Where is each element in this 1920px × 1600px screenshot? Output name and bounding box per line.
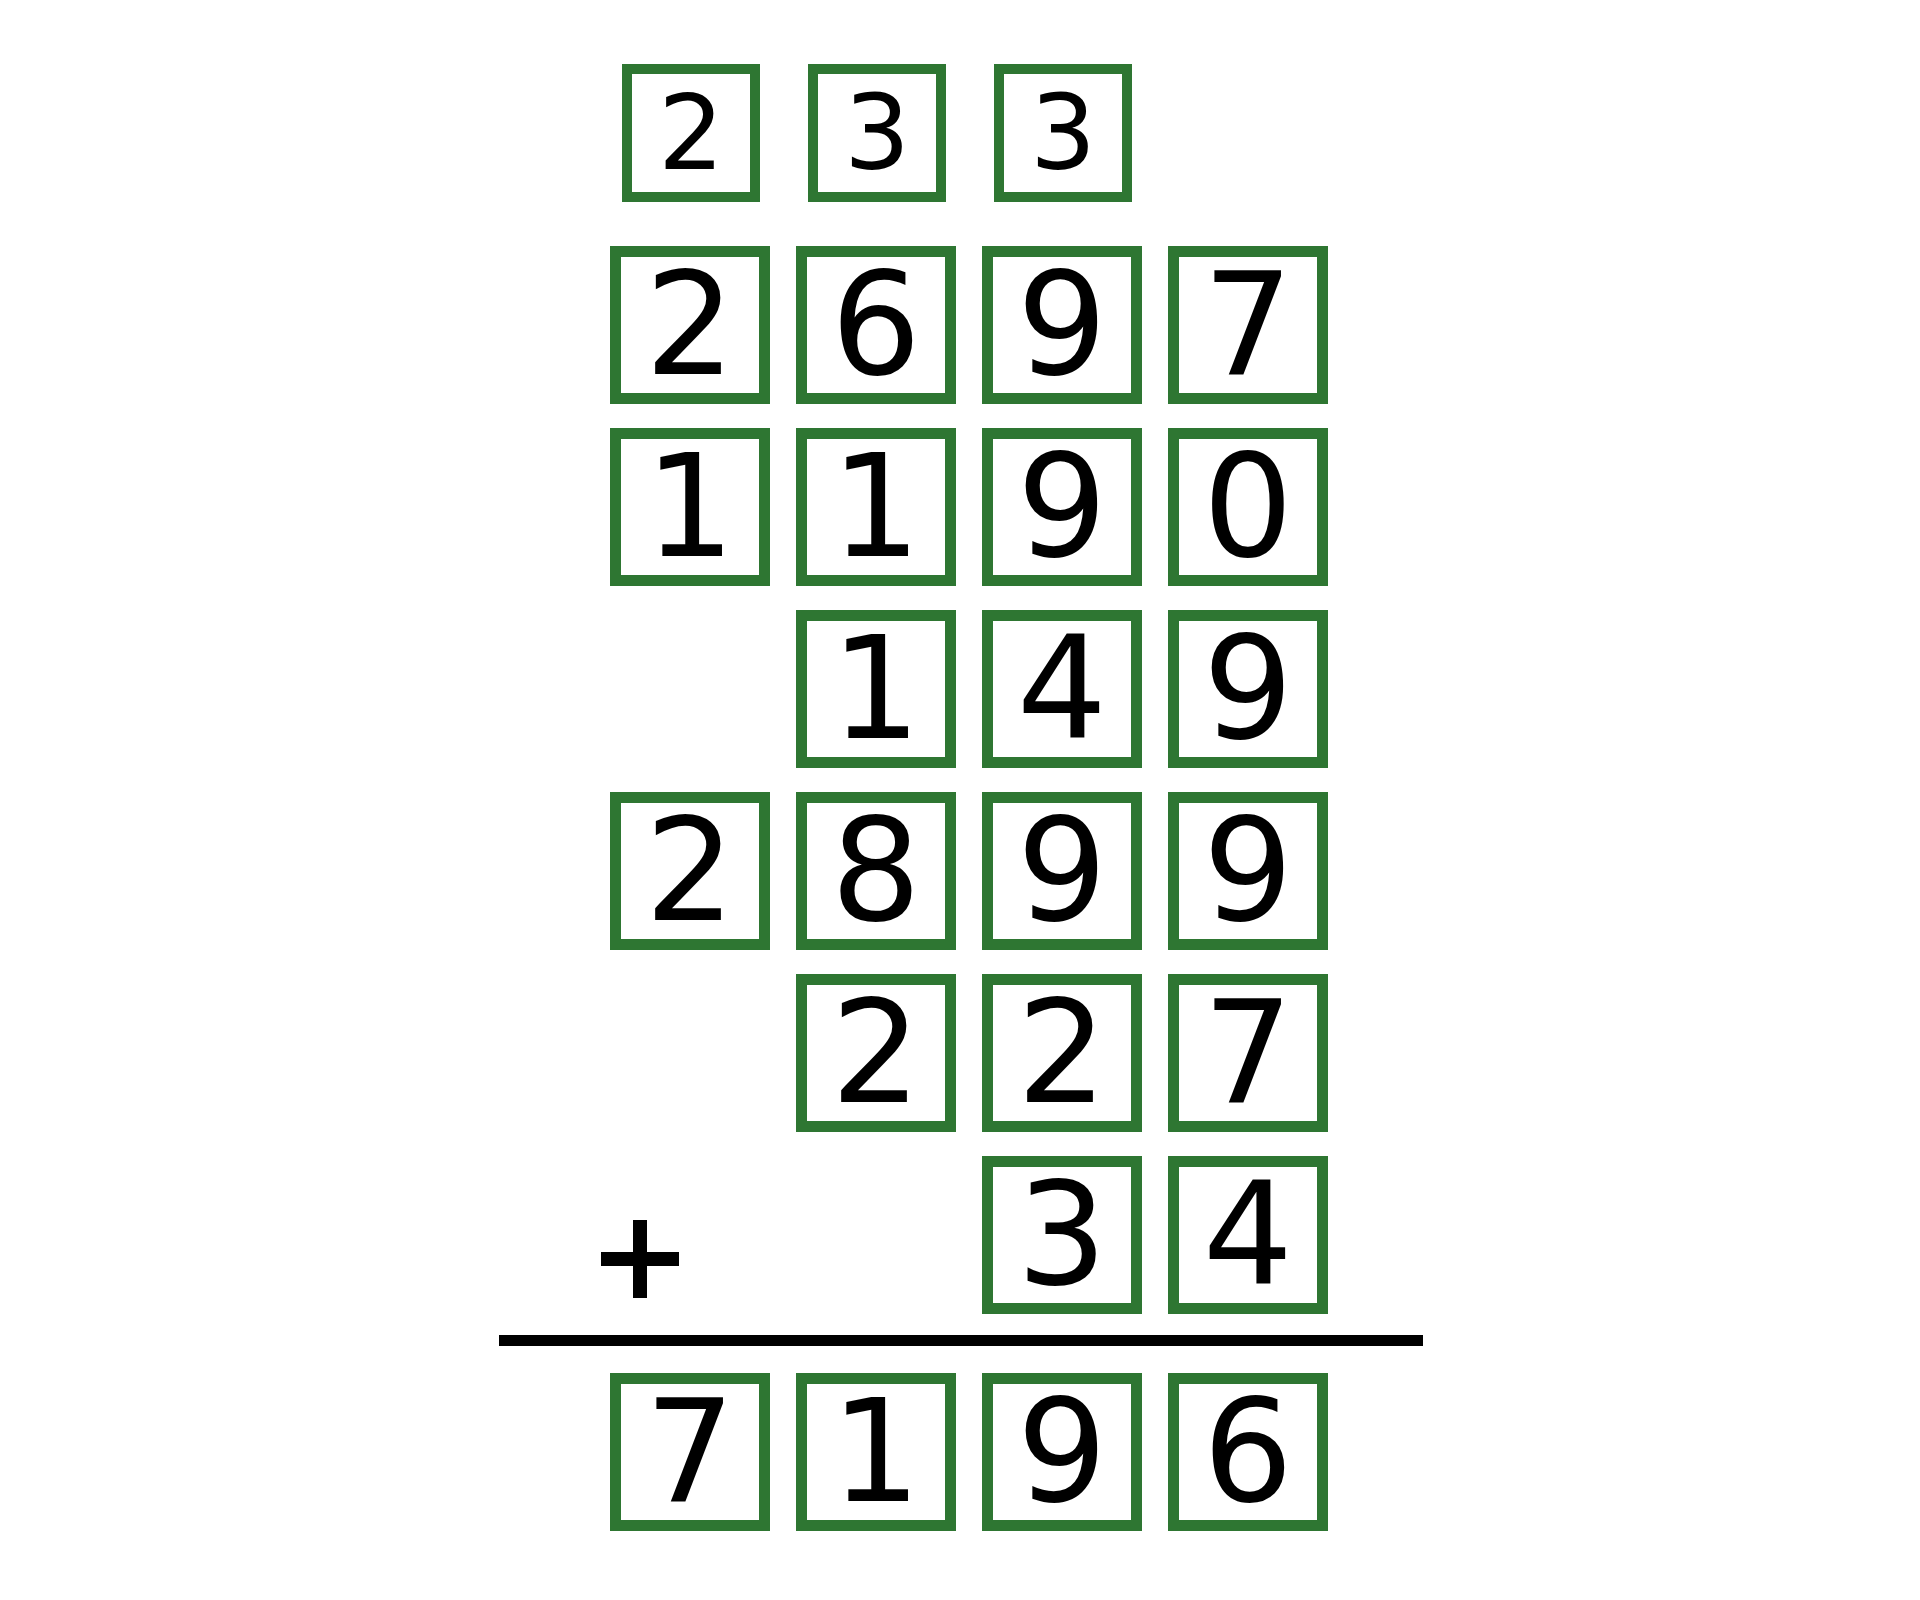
addend5-tens[interactable]: 2 [982,974,1142,1132]
addend3-ones[interactable]: 9 [1168,610,1328,768]
addend3-hundreds[interactable]: 1 [796,610,956,768]
addend2-ones[interactable]: 0 [1168,428,1328,586]
plus-icon [601,1220,679,1298]
addend6-tens[interactable]: 3 [982,1156,1142,1314]
addend2-thousands[interactable]: 1 [610,428,770,586]
plus-vertical-bar [633,1220,647,1298]
addend5-hundreds[interactable]: 2 [796,974,956,1132]
carry-cell-hundreds[interactable]: 3 [808,64,946,202]
carry-cell-thousands[interactable]: 2 [622,64,760,202]
addend4-hundreds[interactable]: 8 [796,792,956,950]
worksheet: 2 3 3 2 6 9 7 1 1 9 0 1 4 9 2 8 9 9 2 2 … [0,0,1920,1600]
addend2-tens[interactable]: 9 [982,428,1142,586]
addend3-tens[interactable]: 4 [982,610,1142,768]
addend4-ones[interactable]: 9 [1168,792,1328,950]
addend2-hundreds[interactable]: 1 [796,428,956,586]
addend6-ones[interactable]: 4 [1168,1156,1328,1314]
sum-hundreds[interactable]: 1 [796,1373,956,1531]
carry-cell-tens[interactable]: 3 [994,64,1132,202]
sum-ones[interactable]: 6 [1168,1373,1328,1531]
sum-rule-line [499,1335,1423,1346]
addend1-ones[interactable]: 7 [1168,246,1328,404]
addend4-thousands[interactable]: 2 [610,792,770,950]
sum-tens[interactable]: 9 [982,1373,1142,1531]
addend1-thousands[interactable]: 2 [610,246,770,404]
addend1-tens[interactable]: 9 [982,246,1142,404]
sum-thousands[interactable]: 7 [610,1373,770,1531]
addend5-ones[interactable]: 7 [1168,974,1328,1132]
addend4-tens[interactable]: 9 [982,792,1142,950]
addend1-hundreds[interactable]: 6 [796,246,956,404]
